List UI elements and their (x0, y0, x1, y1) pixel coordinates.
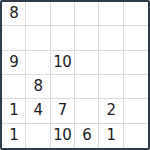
cell-r1c5[interactable] (99, 2, 123, 26)
cell-r2c5[interactable] (99, 26, 123, 50)
cell-r3c5[interactable] (99, 51, 123, 75)
cell-value: 6 (82, 128, 91, 143)
cell-value: 1 (9, 128, 18, 143)
cell-r6c5[interactable]: 1 (99, 124, 123, 148)
cell-r4c1[interactable] (2, 75, 26, 99)
cell-value: 10 (53, 128, 71, 143)
cell-r5c6[interactable] (124, 99, 148, 123)
cell-r1c1[interactable]: 8 (2, 2, 26, 26)
cell-r6c1[interactable]: 1 (2, 124, 26, 148)
cell-value: 1 (106, 128, 115, 143)
cell-value: 7 (58, 103, 67, 118)
cell-r2c3[interactable] (51, 26, 75, 50)
cell-r4c2[interactable]: 8 (26, 75, 50, 99)
cell-r3c1[interactable]: 9 (2, 51, 26, 75)
cell-r2c4[interactable] (75, 26, 99, 50)
cell-r6c4[interactable]: 6 (75, 124, 99, 148)
cell-r2c6[interactable] (124, 26, 148, 50)
cell-r2c2[interactable] (26, 26, 50, 50)
cell-r5c1[interactable]: 1 (2, 99, 26, 123)
cell-r5c5[interactable]: 2 (99, 99, 123, 123)
cell-r5c2[interactable]: 4 (26, 99, 50, 123)
cell-r5c3[interactable]: 7 (51, 99, 75, 123)
cell-r4c4[interactable] (75, 75, 99, 99)
cell-r4c5[interactable] (99, 75, 123, 99)
cell-value: 10 (53, 55, 71, 70)
cell-value: 4 (33, 103, 42, 118)
cell-value: 8 (33, 79, 42, 94)
cell-r5c4[interactable] (75, 99, 99, 123)
cell-r1c2[interactable] (26, 2, 50, 26)
cell-r6c3[interactable]: 10 (51, 124, 75, 148)
cell-r3c6[interactable] (124, 51, 148, 75)
cell-r3c4[interactable] (75, 51, 99, 75)
cell-r4c6[interactable] (124, 75, 148, 99)
cell-r4c3[interactable] (51, 75, 75, 99)
cell-value: 2 (106, 103, 115, 118)
cell-r1c6[interactable] (124, 2, 148, 26)
cell-r1c4[interactable] (75, 2, 99, 26)
cell-r3c3[interactable]: 10 (51, 51, 75, 75)
cell-r6c2[interactable] (26, 124, 50, 148)
cell-r6c6[interactable] (124, 124, 148, 148)
cell-r2c1[interactable] (2, 26, 26, 50)
cell-value: 8 (9, 6, 18, 21)
puzzle-board: 89108147211061 (0, 0, 150, 150)
cell-r3c2[interactable] (26, 51, 50, 75)
cell-value: 9 (9, 55, 18, 70)
cell-value: 1 (9, 103, 18, 118)
cell-r1c3[interactable] (51, 2, 75, 26)
